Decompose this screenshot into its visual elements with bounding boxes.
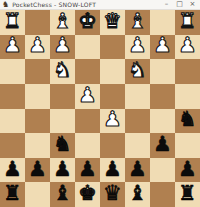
square-a6[interactable]: [175, 133, 200, 158]
square-f2[interactable]: ♟: [50, 35, 75, 60]
square-f3[interactable]: ♞: [50, 59, 75, 84]
square-d8[interactable]: ♛: [100, 182, 125, 207]
white-knight-piece[interactable]: ♞: [128, 60, 147, 81]
white-pawn-piece[interactable]: ♟: [53, 35, 72, 56]
square-a3[interactable]: [175, 59, 200, 84]
square-h5[interactable]: [0, 109, 25, 134]
black-bishop-piece[interactable]: ♝: [128, 183, 147, 204]
white-pawn-piece[interactable]: ♟: [153, 35, 172, 56]
white-rook-piece[interactable]: ♜: [178, 11, 197, 32]
chess-board: ♜♝♚♛♝♜♟♟♟♟♟♟♞♞♟♟♞♞♟♟♟♟♟♟♟♟♜♝♚♛♝♜: [0, 10, 200, 207]
white-pawn-piece[interactable]: ♟: [3, 35, 22, 56]
square-g5[interactable]: [25, 109, 50, 134]
square-c3[interactable]: ♞: [125, 59, 150, 84]
square-c5[interactable]: [125, 109, 150, 134]
white-pawn-piece[interactable]: ♟: [78, 85, 97, 106]
white-pawn-piece[interactable]: ♟: [28, 35, 47, 56]
square-a1[interactable]: ♜: [175, 10, 200, 35]
square-a4[interactable]: [175, 84, 200, 109]
square-g2[interactable]: ♟: [25, 35, 50, 60]
square-g4[interactable]: [25, 84, 50, 109]
square-d3[interactable]: [100, 59, 125, 84]
black-rook-piece[interactable]: ♜: [3, 183, 22, 204]
close-icon[interactable]: ×: [186, 0, 199, 9]
black-pawn-piece[interactable]: ♟: [78, 159, 97, 180]
square-h8[interactable]: ♜: [0, 182, 25, 207]
square-h6[interactable]: [0, 133, 25, 158]
square-e4[interactable]: ♟: [75, 84, 100, 109]
square-d4[interactable]: [100, 84, 125, 109]
square-h4[interactable]: [0, 84, 25, 109]
square-g7[interactable]: ♟: [25, 158, 50, 183]
maximize-icon[interactable]: □: [173, 0, 186, 9]
square-b8[interactable]: [150, 182, 175, 207]
square-a7[interactable]: ♟: [175, 158, 200, 183]
square-g6[interactable]: [25, 133, 50, 158]
square-e8[interactable]: ♚: [75, 182, 100, 207]
square-c4[interactable]: [125, 84, 150, 109]
square-f5[interactable]: [50, 109, 75, 134]
white-pawn-piece[interactable]: ♟: [178, 35, 197, 56]
square-b4[interactable]: [150, 84, 175, 109]
square-b6[interactable]: ♟: [150, 133, 175, 158]
square-e5[interactable]: [75, 109, 100, 134]
black-pawn-piece[interactable]: ♟: [153, 134, 172, 155]
square-e6[interactable]: [75, 133, 100, 158]
minimize-icon[interactable]: –: [160, 0, 173, 9]
square-g3[interactable]: [25, 59, 50, 84]
square-c6[interactable]: [125, 133, 150, 158]
black-pawn-piece[interactable]: ♟: [28, 159, 47, 180]
white-rook-piece[interactable]: ♜: [3, 11, 22, 32]
square-b7[interactable]: [150, 158, 175, 183]
square-a8[interactable]: ♜: [175, 182, 200, 207]
square-c8[interactable]: ♝: [125, 182, 150, 207]
square-h3[interactable]: [0, 59, 25, 84]
square-g8[interactable]: [25, 182, 50, 207]
window-titlebar: ♞ PocketChess - SNOW-LOFT – □ ×: [0, 0, 200, 10]
square-d7[interactable]: ♟: [100, 158, 125, 183]
white-pawn-piece[interactable]: ♟: [128, 35, 147, 56]
square-f8[interactable]: ♝: [50, 182, 75, 207]
square-d2[interactable]: [100, 35, 125, 60]
window-title: PocketChess - SNOW-LOFT: [12, 1, 160, 8]
white-queen-piece[interactable]: ♛: [103, 11, 122, 32]
square-d1[interactable]: ♛: [100, 10, 125, 35]
square-b5[interactable]: [150, 109, 175, 134]
white-knight-piece[interactable]: ♞: [53, 60, 72, 81]
square-d5[interactable]: ♟: [100, 109, 125, 134]
square-e1[interactable]: ♚: [75, 10, 100, 35]
black-pawn-piece[interactable]: ♟: [128, 159, 147, 180]
square-g1[interactable]: [25, 10, 50, 35]
square-c2[interactable]: ♟: [125, 35, 150, 60]
black-knight-piece[interactable]: ♞: [178, 109, 197, 130]
app-chess-icon: ♞: [2, 1, 9, 9]
white-bishop-piece[interactable]: ♝: [53, 11, 72, 32]
black-pawn-piece[interactable]: ♟: [3, 159, 22, 180]
square-d6[interactable]: [100, 133, 125, 158]
square-a2[interactable]: ♟: [175, 35, 200, 60]
square-b2[interactable]: ♟: [150, 35, 175, 60]
square-c7[interactable]: ♟: [125, 158, 150, 183]
square-f7[interactable]: ♟: [50, 158, 75, 183]
square-f6[interactable]: ♞: [50, 133, 75, 158]
square-f4[interactable]: [50, 84, 75, 109]
black-pawn-piece[interactable]: ♟: [103, 159, 122, 180]
black-knight-piece[interactable]: ♞: [53, 134, 72, 155]
window-controls: – □ ×: [160, 0, 199, 9]
square-h1[interactable]: ♜: [0, 10, 25, 35]
square-e7[interactable]: ♟: [75, 158, 100, 183]
square-b3[interactable]: [150, 59, 175, 84]
square-b1[interactable]: [150, 10, 175, 35]
black-queen-piece[interactable]: ♛: [103, 183, 122, 204]
black-rook-piece[interactable]: ♜: [178, 183, 197, 204]
square-h2[interactable]: ♟: [0, 35, 25, 60]
black-pawn-piece[interactable]: ♟: [178, 159, 197, 180]
black-king-piece[interactable]: ♚: [78, 183, 97, 204]
square-h7[interactable]: ♟: [0, 158, 25, 183]
black-bishop-piece[interactable]: ♝: [53, 183, 72, 204]
square-e3[interactable]: [75, 59, 100, 84]
white-king-piece[interactable]: ♚: [78, 11, 97, 32]
square-f1[interactable]: ♝: [50, 10, 75, 35]
white-bishop-piece[interactable]: ♝: [128, 11, 147, 32]
black-pawn-piece[interactable]: ♟: [53, 159, 72, 180]
white-pawn-piece[interactable]: ♟: [103, 109, 122, 130]
square-e2[interactable]: [75, 35, 100, 60]
square-c1[interactable]: ♝: [125, 10, 150, 35]
square-a5[interactable]: ♞: [175, 109, 200, 134]
